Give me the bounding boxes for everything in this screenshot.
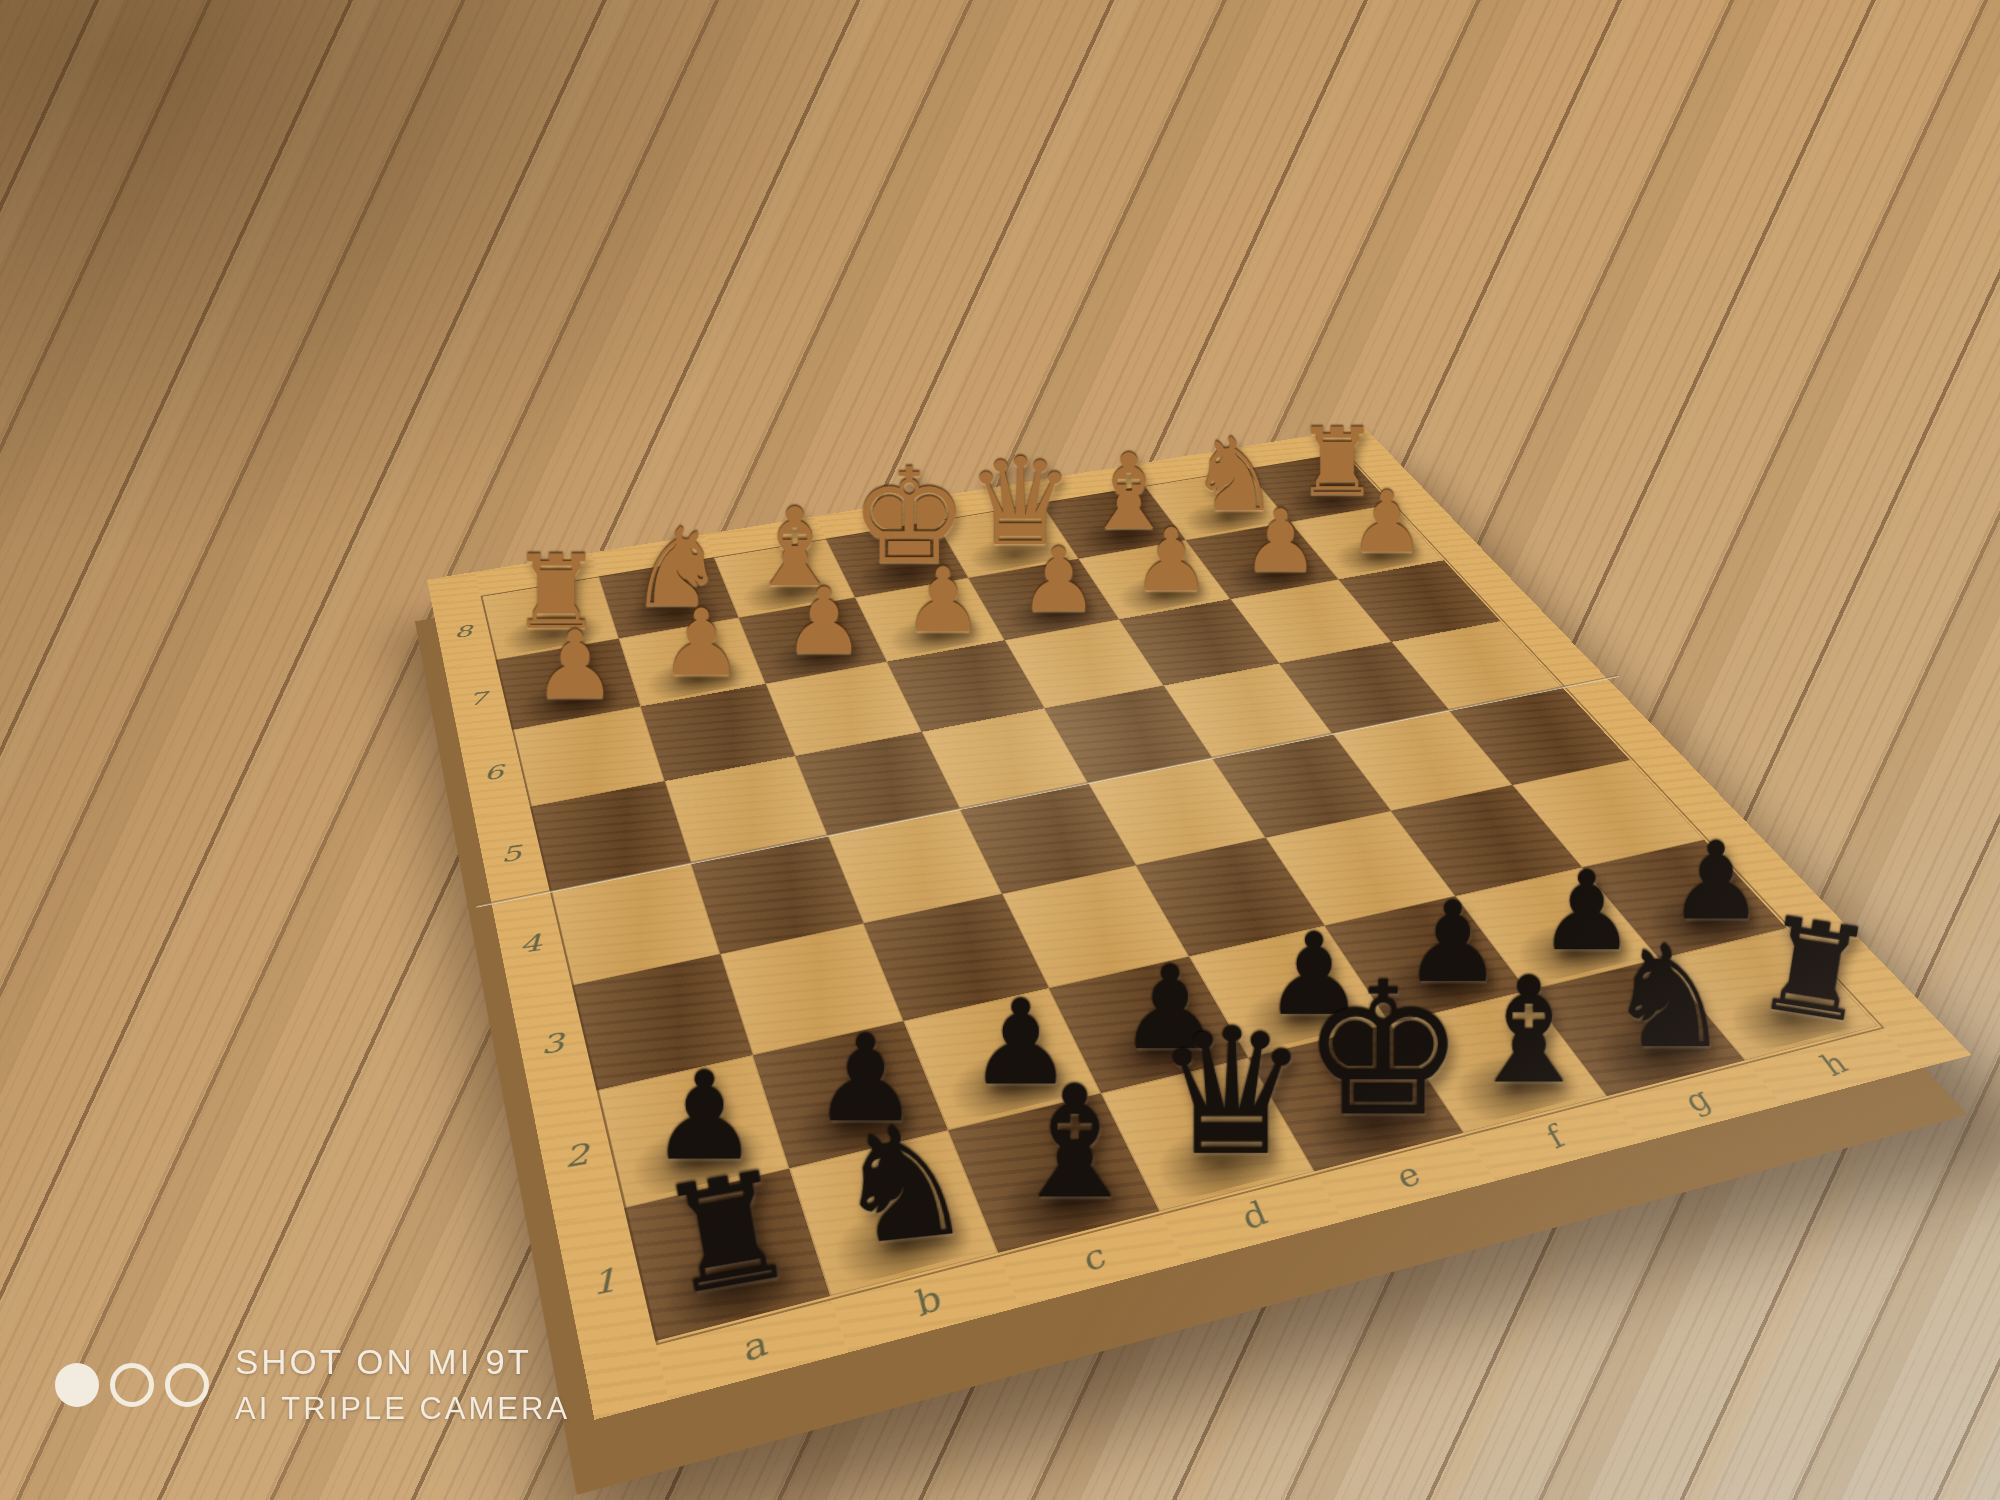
- piece-white-pawn[interactable]: ♟: [1242, 498, 1319, 584]
- piece-white-pawn[interactable]: ♟: [1132, 516, 1210, 603]
- piece-black-rook[interactable]: ♜: [649, 1149, 806, 1318]
- piece-black-bishop[interactable]: ♝: [1005, 1066, 1144, 1221]
- camera-dots-icon: [55, 1363, 209, 1407]
- camera-dot-outline-icon: [110, 1363, 154, 1407]
- camera-dot-filled-icon: [55, 1363, 99, 1407]
- piece-white-pawn[interactable]: ♟: [783, 576, 865, 667]
- piece-white-pawn[interactable]: ♟: [1349, 480, 1425, 565]
- piece-black-rook[interactable]: ♜: [1747, 897, 1882, 1043]
- piece-black-king[interactable]: ♚: [1301, 958, 1465, 1141]
- piece-black-knight[interactable]: ♞: [825, 1100, 980, 1269]
- watermark-line2: AI TRIPLE CAMERA: [235, 1391, 570, 1427]
- photo-scene: 8♜♞♝♚♛♝♞♜7♟♟♟♟♟♟♟♟65432♟♟♟♟♟♟♟♟1♜♞♝♛♚♝♞♜…: [0, 0, 2000, 1500]
- watermark-text: SHOT ON MI 9T AI TRIPLE CAMERA: [235, 1342, 570, 1427]
- camera-dot-outline-icon: [165, 1363, 209, 1407]
- square-b5[interactable]: [665, 756, 828, 863]
- piece-black-knight[interactable]: ♞: [1606, 927, 1733, 1068]
- watermark-line1: SHOT ON MI 9T: [235, 1342, 570, 1382]
- piece-white-pawn[interactable]: ♟: [1019, 536, 1098, 624]
- piece-white-pawn[interactable]: ♟: [903, 555, 983, 645]
- photo-canvas: 8♜♞♝♚♛♝♞♜7♟♟♟♟♟♟♟♟65432♟♟♟♟♟♟♟♟1♜♞♝♛♚♝♞♜…: [0, 0, 2000, 1500]
- chessboard: 8♜♞♝♚♛♝♞♜7♟♟♟♟♟♟♟♟65432♟♟♟♟♟♟♟♟1♜♞♝♛♚♝♞♜…: [427, 427, 1971, 1420]
- piece-white-pawn[interactable]: ♟: [533, 618, 617, 712]
- piece-white-pawn[interactable]: ♟: [660, 597, 743, 689]
- piece-black-queen[interactable]: ♛: [1154, 1006, 1310, 1180]
- camera-watermark: SHOT ON MI 9T AI TRIPLE CAMERA: [55, 1342, 570, 1427]
- piece-black-bishop[interactable]: ♝: [1463, 958, 1594, 1104]
